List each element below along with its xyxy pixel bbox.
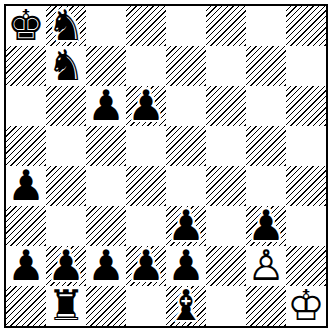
square-f7[interactable]	[206, 46, 246, 86]
square-a4[interactable]: ♟	[6, 166, 46, 206]
square-c5[interactable]	[86, 126, 126, 166]
square-g3[interactable]: ♟	[246, 206, 286, 246]
piece-black-pawn: ♟	[127, 86, 165, 126]
square-h7[interactable]	[286, 46, 326, 86]
piece-black-king: ♚	[7, 6, 45, 46]
chess-board: ♚♞♞♟♟♟♟♟♟♟♟♟♟♙♜♝♔	[4, 4, 328, 328]
square-d3[interactable]	[126, 206, 166, 246]
piece-white-king: ♔	[287, 286, 325, 326]
square-e1[interactable]: ♝	[166, 286, 206, 326]
square-g7[interactable]	[246, 46, 286, 86]
square-f4[interactable]	[206, 166, 246, 206]
piece-black-pawn: ♟	[167, 246, 205, 286]
square-c3[interactable]	[86, 206, 126, 246]
square-d8[interactable]	[126, 6, 166, 46]
square-e7[interactable]	[166, 46, 206, 86]
square-h1[interactable]: ♔	[286, 286, 326, 326]
piece-black-pawn: ♟	[167, 206, 205, 246]
square-c2[interactable]: ♟	[86, 246, 126, 286]
square-e8[interactable]	[166, 6, 206, 46]
square-c4[interactable]	[86, 166, 126, 206]
square-a6[interactable]	[6, 86, 46, 126]
piece-black-bishop: ♝	[167, 286, 205, 326]
square-h2[interactable]	[286, 246, 326, 286]
square-e6[interactable]	[166, 86, 206, 126]
square-g5[interactable]	[246, 126, 286, 166]
square-a1[interactable]	[6, 286, 46, 326]
square-d2[interactable]: ♟	[126, 246, 166, 286]
square-d1[interactable]	[126, 286, 166, 326]
square-b6[interactable]	[46, 86, 86, 126]
square-d7[interactable]	[126, 46, 166, 86]
square-g2[interactable]: ♙	[246, 246, 286, 286]
piece-black-pawn: ♟	[87, 246, 125, 286]
square-b3[interactable]	[46, 206, 86, 246]
square-d4[interactable]	[126, 166, 166, 206]
square-b2[interactable]: ♟	[46, 246, 86, 286]
square-f3[interactable]	[206, 206, 246, 246]
square-a5[interactable]	[6, 126, 46, 166]
square-h3[interactable]	[286, 206, 326, 246]
square-b4[interactable]	[46, 166, 86, 206]
square-e5[interactable]	[166, 126, 206, 166]
piece-black-pawn: ♟	[47, 246, 85, 286]
square-b8[interactable]: ♞	[46, 6, 86, 46]
square-b1[interactable]: ♜	[46, 286, 86, 326]
square-f5[interactable]	[206, 126, 246, 166]
square-b7[interactable]: ♞	[46, 46, 86, 86]
square-h8[interactable]	[286, 6, 326, 46]
piece-black-rook: ♜	[47, 286, 85, 326]
piece-black-pawn: ♟	[7, 166, 45, 206]
square-f2[interactable]	[206, 246, 246, 286]
piece-black-pawn: ♟	[247, 206, 285, 246]
piece-black-pawn: ♟	[87, 86, 125, 126]
piece-black-knight: ♞	[47, 46, 85, 86]
square-d5[interactable]	[126, 126, 166, 166]
square-c7[interactable]	[86, 46, 126, 86]
square-g4[interactable]	[246, 166, 286, 206]
square-h5[interactable]	[286, 126, 326, 166]
square-g6[interactable]	[246, 86, 286, 126]
square-e2[interactable]: ♟	[166, 246, 206, 286]
piece-black-pawn: ♟	[127, 246, 165, 286]
square-e4[interactable]	[166, 166, 206, 206]
piece-black-pawn: ♟	[7, 246, 45, 286]
board-grid: ♚♞♞♟♟♟♟♟♟♟♟♟♟♙♜♝♔	[6, 6, 326, 326]
square-f8[interactable]	[206, 6, 246, 46]
square-c6[interactable]: ♟	[86, 86, 126, 126]
square-b5[interactable]	[46, 126, 86, 166]
square-a7[interactable]	[6, 46, 46, 86]
square-a2[interactable]: ♟	[6, 246, 46, 286]
square-g1[interactable]	[246, 286, 286, 326]
square-f6[interactable]	[206, 86, 246, 126]
square-a3[interactable]	[6, 206, 46, 246]
piece-white-pawn: ♙	[247, 246, 285, 286]
square-c8[interactable]	[86, 6, 126, 46]
square-h6[interactable]	[286, 86, 326, 126]
square-g8[interactable]	[246, 6, 286, 46]
square-a8[interactable]: ♚	[6, 6, 46, 46]
square-c1[interactable]	[86, 286, 126, 326]
square-f1[interactable]	[206, 286, 246, 326]
square-e3[interactable]: ♟	[166, 206, 206, 246]
square-h4[interactable]	[286, 166, 326, 206]
square-d6[interactable]: ♟	[126, 86, 166, 126]
piece-black-knight: ♞	[47, 6, 85, 46]
